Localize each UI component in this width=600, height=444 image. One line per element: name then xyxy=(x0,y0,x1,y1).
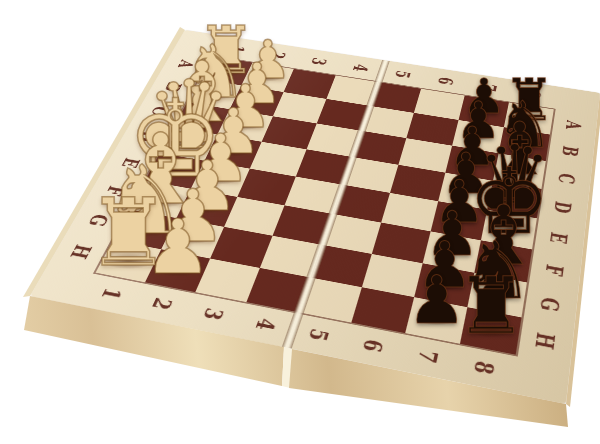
label-bottom-7: 7 xyxy=(412,348,444,366)
label-bottom-5: 5 xyxy=(303,327,335,344)
label-bottom-8: 8 xyxy=(469,359,501,377)
label-right-C: C xyxy=(554,172,581,186)
label-bottom-2: 2 xyxy=(147,296,179,312)
label-bottom-3: 3 xyxy=(198,306,230,322)
label-bottom-6: 6 xyxy=(357,337,389,354)
chessboard-photo: 11AA22BB33CC44DD55EE66FF77GG88HH ♜♞♝♛♚♝♞… xyxy=(0,0,600,444)
piece-white-pawn[interactable]: ♟ xyxy=(144,210,212,285)
label-top-6: 6 xyxy=(434,76,458,87)
label-top-3: 3 xyxy=(307,57,331,67)
label-right-H: H xyxy=(530,330,561,351)
label-right-B: B xyxy=(557,144,583,158)
label-top-4: 4 xyxy=(349,63,373,73)
label-right-D: D xyxy=(549,200,576,216)
label-bottom-4: 4 xyxy=(250,316,282,333)
label-right-G: G xyxy=(535,295,565,314)
label-top-5: 5 xyxy=(391,69,415,79)
label-right-A: A xyxy=(561,119,586,131)
label-right-F: F xyxy=(540,263,569,278)
label-bottom-1: 1 xyxy=(96,286,127,302)
piece-black-rook[interactable]: ♜ xyxy=(456,268,526,346)
